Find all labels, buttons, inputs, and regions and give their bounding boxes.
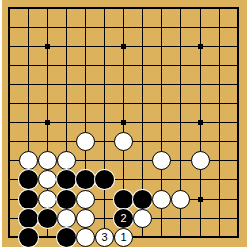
star-point [198,197,203,202]
go-board: 231 [0,0,247,247]
white-stone [38,190,57,209]
black-stone [133,190,152,209]
star-point [121,120,126,125]
black-stone [19,209,38,228]
white-stone [76,132,95,151]
black-stone [95,170,114,189]
black-stone [114,190,133,209]
black-stone [76,170,95,189]
white-stone [191,151,210,170]
black-stone [57,228,76,247]
grid-line-vertical [237,7,239,238]
white-stone [133,209,152,228]
white-stone [76,209,95,228]
black-stone [19,190,38,209]
grid-line-vertical [219,7,220,238]
white-stone [171,190,190,209]
white-stone [76,190,95,209]
white-stone [152,151,171,170]
black-stone [57,170,76,189]
left-edge-highlight [0,0,2,247]
move-number-label: 1 [121,232,127,243]
white-stone [38,151,57,170]
black-stone: 2 [114,209,133,228]
star-point [45,120,50,125]
black-stone [19,170,38,189]
white-stone [152,190,171,209]
black-stone [38,209,57,228]
white-stone [114,132,133,151]
star-point [198,120,203,125]
star-point [198,44,203,49]
white-stone [19,151,38,170]
move-number-label: 2 [121,213,127,224]
move-number-label: 3 [101,232,107,243]
star-point [45,44,50,49]
black-stone [19,228,38,247]
black-stone [57,190,76,209]
star-point [121,44,126,49]
white-stone [57,209,76,228]
white-stone: 1 [114,228,133,247]
white-stone: 3 [95,228,114,247]
white-stone [38,170,57,189]
white-stone [57,151,76,170]
white-stone [76,228,95,247]
go-board-diagram: 231 [0,0,247,247]
